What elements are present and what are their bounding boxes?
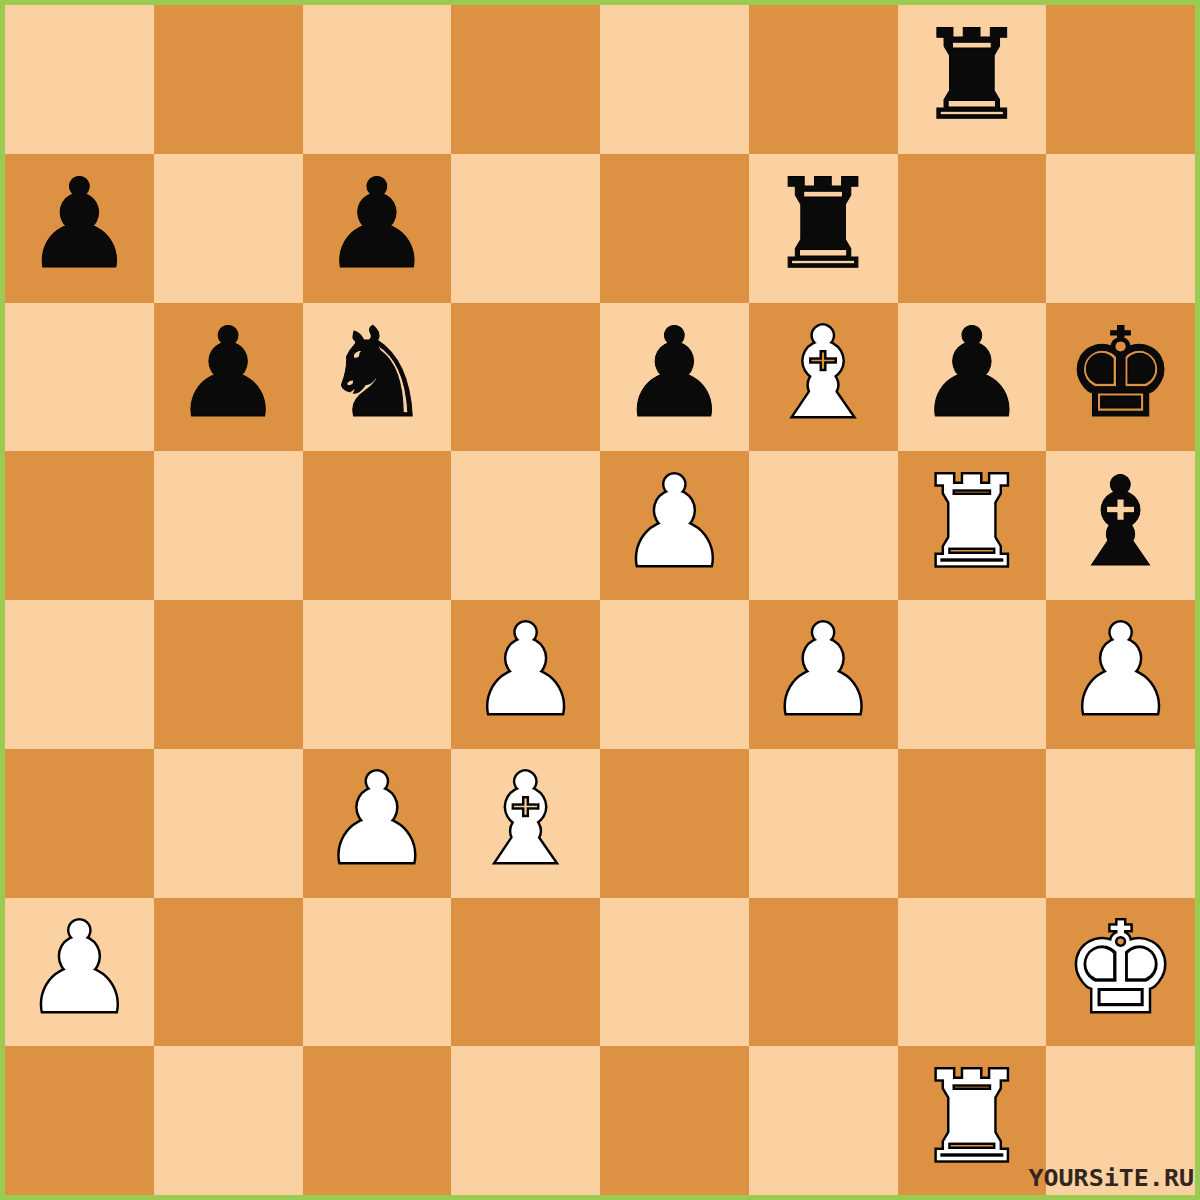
square-g8: ♜ (898, 5, 1047, 154)
square-c7: ♟ (303, 154, 452, 303)
square-b7 (154, 154, 303, 303)
square-e2 (600, 898, 749, 1047)
chess-board: ♜♟♟♜♟♞♟♝♟♚♟♜♝♟♟♟♟♝♟♚♜ (0, 0, 1200, 1200)
square-e5: ♟ (600, 451, 749, 600)
square-d7 (451, 154, 600, 303)
square-d6 (451, 303, 600, 452)
square-e6: ♟ (600, 303, 749, 452)
square-c6: ♞ (303, 303, 452, 452)
square-c1 (303, 1046, 452, 1195)
square-d8 (451, 5, 600, 154)
black-rook-f7: ♜ (768, 162, 879, 286)
black-pawn-b6: ♟ (173, 311, 284, 435)
square-f4: ♟ (749, 600, 898, 749)
square-b3 (154, 749, 303, 898)
square-b6: ♟ (154, 303, 303, 452)
square-c4 (303, 600, 452, 749)
square-h5: ♝ (1046, 451, 1195, 600)
square-b8 (154, 5, 303, 154)
black-rook-g8: ♜ (916, 13, 1027, 137)
square-g4 (898, 600, 1047, 749)
square-f6: ♝ (749, 303, 898, 452)
square-e7 (600, 154, 749, 303)
square-b2 (154, 898, 303, 1047)
square-a2: ♟ (5, 898, 154, 1047)
square-a5 (5, 451, 154, 600)
square-h8 (1046, 5, 1195, 154)
white-pawn-c3: ♟ (321, 757, 432, 881)
square-f5 (749, 451, 898, 600)
white-pawn-e5: ♟ (619, 460, 730, 584)
square-c5 (303, 451, 452, 600)
square-f2 (749, 898, 898, 1047)
square-e8 (600, 5, 749, 154)
black-pawn-a7: ♟ (24, 162, 135, 286)
square-h6: ♚ (1046, 303, 1195, 452)
chess-diagram: ♜♟♟♜♟♞♟♝♟♚♟♜♝♟♟♟♟♝♟♚♜ YOURSiTE.RU (0, 0, 1200, 1200)
white-king-h2: ♚ (1065, 906, 1176, 1030)
square-f1 (749, 1046, 898, 1195)
white-bishop-f6: ♝ (768, 311, 879, 435)
white-bishop-d3: ♝ (470, 757, 581, 881)
square-a6 (5, 303, 154, 452)
white-pawn-f4: ♟ (768, 608, 879, 732)
black-pawn-c7: ♟ (321, 162, 432, 286)
square-a3 (5, 749, 154, 898)
square-a1 (5, 1046, 154, 1195)
square-d4: ♟ (451, 600, 600, 749)
square-d1 (451, 1046, 600, 1195)
black-king-h6: ♚ (1065, 311, 1176, 435)
square-h2: ♚ (1046, 898, 1195, 1047)
black-pawn-g6: ♟ (916, 311, 1027, 435)
black-bishop-h5: ♝ (1065, 460, 1176, 584)
square-g6: ♟ (898, 303, 1047, 452)
white-pawn-a2: ♟ (24, 906, 135, 1030)
white-pawn-h4: ♟ (1065, 608, 1176, 732)
square-h4: ♟ (1046, 600, 1195, 749)
black-knight-c6: ♞ (321, 311, 432, 435)
square-g7 (898, 154, 1047, 303)
square-c3: ♟ (303, 749, 452, 898)
square-c8 (303, 5, 452, 154)
square-d2 (451, 898, 600, 1047)
square-a8 (5, 5, 154, 154)
square-e1 (600, 1046, 749, 1195)
square-e4 (600, 600, 749, 749)
square-e3 (600, 749, 749, 898)
square-g5: ♜ (898, 451, 1047, 600)
square-c2 (303, 898, 452, 1047)
square-a4 (5, 600, 154, 749)
square-f8 (749, 5, 898, 154)
square-b1 (154, 1046, 303, 1195)
white-rook-g5: ♜ (916, 460, 1027, 584)
square-h7 (1046, 154, 1195, 303)
square-d3: ♝ (451, 749, 600, 898)
square-f3 (749, 749, 898, 898)
square-g1: ♜ (898, 1046, 1047, 1195)
watermark-text: YOURSiTE.RU (1028, 1164, 1194, 1192)
white-pawn-d4: ♟ (470, 608, 581, 732)
square-g2 (898, 898, 1047, 1047)
square-h3 (1046, 749, 1195, 898)
square-b5 (154, 451, 303, 600)
square-b4 (154, 600, 303, 749)
white-rook-g1: ♜ (916, 1055, 1027, 1179)
square-d5 (451, 451, 600, 600)
black-pawn-e6: ♟ (619, 311, 730, 435)
square-g3 (898, 749, 1047, 898)
square-f7: ♜ (749, 154, 898, 303)
square-a7: ♟ (5, 154, 154, 303)
